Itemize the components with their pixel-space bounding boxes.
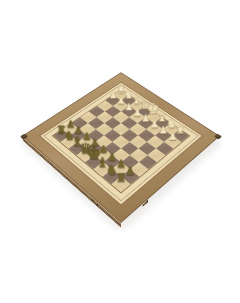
white-rook: ♜ <box>109 85 133 95</box>
chess-board-grid: ♜♞♝♛♚♝♞♜♟♟♟♟♟♟♟♟♟♟♟♟♟♟♟♟♜♞♝♛♚♝♞♜ <box>52 89 191 193</box>
chess-box: ♜♞♝♛♚♝♞♜♟♟♟♟♟♟♟♟♟♟♟♟♟♟♟♟♜♞♝♛♚♝♞♜ <box>22 72 220 223</box>
product-photo: ♜♞♝♛♚♝♞♜♟♟♟♟♟♟♟♟♟♟♟♟♟♟♟♟♜♞♝♛♚♝♞♜ <box>0 0 240 303</box>
photo-scene: ♜♞♝♛♚♝♞♜♟♟♟♟♟♟♟♟♟♟♟♟♟♟♟♟♜♞♝♛♚♝♞♜ <box>0 0 240 303</box>
board-border-band: ♜♞♝♛♚♝♞♜♟♟♟♟♟♟♟♟♟♟♟♟♟♟♟♟♜♞♝♛♚♝♞♜ <box>39 82 203 206</box>
board-frame: ♜♞♝♛♚♝♞♜♟♟♟♟♟♟♟♟♟♟♟♟♟♟♟♟♜♞♝♛♚♝♞♜ <box>22 72 220 223</box>
